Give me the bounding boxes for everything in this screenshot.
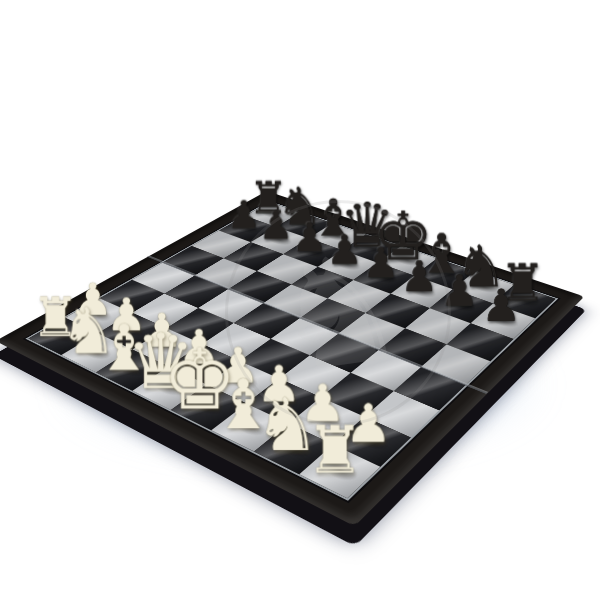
white-rook-h1[interactable]: ♜ — [305, 417, 363, 482]
black-pawn-g7[interactable]: ♟ — [440, 268, 479, 312]
black-pawn-b7[interactable]: ♟ — [258, 206, 293, 245]
black-pawn-d7[interactable]: ♟ — [326, 229, 363, 270]
square-h1[interactable]: ♜ — [299, 444, 380, 498]
black-pawn-c7[interactable]: ♟ — [292, 218, 328, 258]
chess-board: ♜♞♝♛♚♝♞♜♟♟♟♟♟♟♟♟♟♟♟♟♟♟♟♟♜♞♝♛♚♝♞♜ — [0, 191, 584, 526]
black-pawn-f7[interactable]: ♟ — [400, 255, 438, 298]
board-surface: ♜♞♝♛♚♝♞♜♟♟♟♟♟♟♟♟♟♟♟♟♟♟♟♟♜♞♝♛♚♝♞♜ — [28, 202, 555, 498]
black-pawn-e7[interactable]: ♟ — [362, 242, 399, 284]
black-pawn-a7[interactable]: ♟ — [227, 195, 261, 233]
product-photo-scene: ♜♞♝♛♚♝♞♜♟♟♟♟♟♟♟♟♟♟♟♟♟♟♟♟♜♞♝♛♚♝♞♜ ♞ — [0, 0, 600, 600]
black-pawn-h7[interactable]: ♟ — [481, 283, 521, 328]
